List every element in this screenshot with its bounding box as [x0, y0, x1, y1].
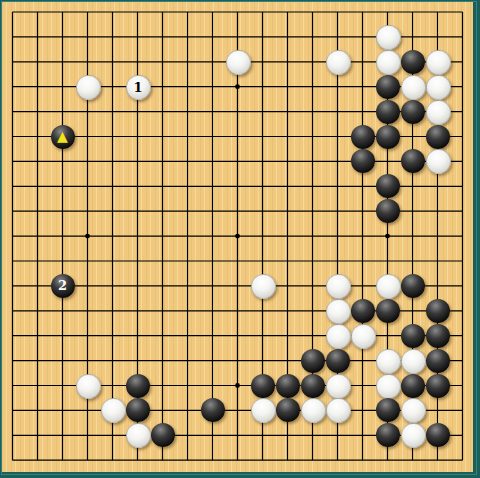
stone-black-R8[interactable] — [401, 274, 425, 298]
goban[interactable]: 1▲2 — [2, 2, 473, 472]
stone-white-S17[interactable] — [426, 50, 451, 75]
stone-black-S2[interactable] — [426, 423, 450, 447]
hoshi-point — [235, 234, 240, 239]
stone-white-L8[interactable] — [251, 274, 276, 299]
stone-white-F2[interactable] — [126, 423, 151, 448]
stone-black-N4[interactable] — [301, 374, 325, 398]
stone-black-R17[interactable] — [401, 50, 425, 74]
hoshi-point — [235, 383, 240, 388]
stone-white-E3[interactable] — [101, 398, 126, 423]
stone-white-O8[interactable] — [326, 274, 351, 299]
stone-white-Q5[interactable] — [376, 349, 401, 374]
stone-black-P7[interactable] — [351, 299, 375, 323]
stone-white-Q18[interactable] — [376, 25, 401, 50]
stone-white-O6[interactable] — [326, 324, 351, 349]
stone-white-R2[interactable] — [401, 423, 426, 448]
stone-black-S5[interactable] — [426, 349, 450, 373]
stone-black-S14[interactable] — [426, 125, 450, 149]
stone-white-Q4[interactable] — [376, 374, 401, 399]
move-number-label: 2 — [58, 279, 67, 292]
stone-black-G2[interactable] — [151, 423, 175, 447]
stone-black-P14[interactable] — [351, 125, 375, 149]
stone-white-S15[interactable] — [426, 100, 451, 125]
stone-black-N5[interactable] — [301, 349, 325, 373]
stone-black-C8[interactable]: 2 — [51, 274, 75, 298]
stone-white-O7[interactable] — [326, 299, 351, 324]
stone-black-Q11[interactable] — [376, 199, 400, 223]
stone-black-Q16[interactable] — [376, 75, 400, 99]
stone-black-J3[interactable] — [201, 398, 225, 422]
stone-black-R15[interactable] — [401, 100, 425, 124]
stone-white-O4[interactable] — [326, 374, 351, 399]
stone-white-S16[interactable] — [426, 75, 451, 100]
stone-black-S7[interactable] — [426, 299, 450, 323]
stone-white-R16[interactable] — [401, 75, 426, 100]
stone-black-Q15[interactable] — [376, 100, 400, 124]
move-number-label: 1 — [133, 81, 142, 94]
stone-white-Q17[interactable] — [376, 50, 401, 75]
hoshi-point — [85, 234, 90, 239]
stone-white-L3[interactable] — [251, 398, 276, 423]
stone-black-R13[interactable] — [401, 149, 425, 173]
stone-black-P13[interactable] — [351, 149, 375, 173]
stone-black-M4[interactable] — [276, 374, 300, 398]
stone-black-C14[interactable]: ▲ — [51, 125, 75, 149]
stone-black-F4[interactable] — [126, 374, 150, 398]
stone-white-P6[interactable] — [351, 324, 376, 349]
stone-white-F16[interactable]: 1 — [126, 75, 151, 100]
stone-black-Q3[interactable] — [376, 398, 400, 422]
stone-black-Q7[interactable] — [376, 299, 400, 323]
stone-black-L4[interactable] — [251, 374, 275, 398]
stone-white-R5[interactable] — [401, 349, 426, 374]
stone-black-Q2[interactable] — [376, 423, 400, 447]
stone-black-S4[interactable] — [426, 374, 450, 398]
stone-white-R3[interactable] — [401, 398, 426, 423]
hoshi-point — [235, 84, 240, 89]
stone-black-M3[interactable] — [276, 398, 300, 422]
stone-black-F3[interactable] — [126, 398, 150, 422]
triangle-mark: ▲ — [57, 129, 68, 143]
stone-white-K17[interactable] — [226, 50, 251, 75]
stone-black-Q14[interactable] — [376, 125, 400, 149]
stone-black-S6[interactable] — [426, 324, 450, 348]
stone-white-O17[interactable] — [326, 50, 351, 75]
stone-white-D16[interactable] — [76, 75, 101, 100]
stone-white-Q8[interactable] — [376, 274, 401, 299]
stone-white-O3[interactable] — [326, 398, 351, 423]
hoshi-point — [385, 234, 390, 239]
go-board-window: 1▲2 — [0, 0, 480, 478]
stone-white-S13[interactable] — [426, 149, 451, 174]
stone-black-Q12[interactable] — [376, 174, 400, 198]
stone-black-R4[interactable] — [401, 374, 425, 398]
stone-white-D4[interactable] — [76, 374, 101, 399]
stone-black-O5[interactable] — [326, 349, 350, 373]
stone-white-N3[interactable] — [301, 398, 326, 423]
stone-black-R6[interactable] — [401, 324, 425, 348]
